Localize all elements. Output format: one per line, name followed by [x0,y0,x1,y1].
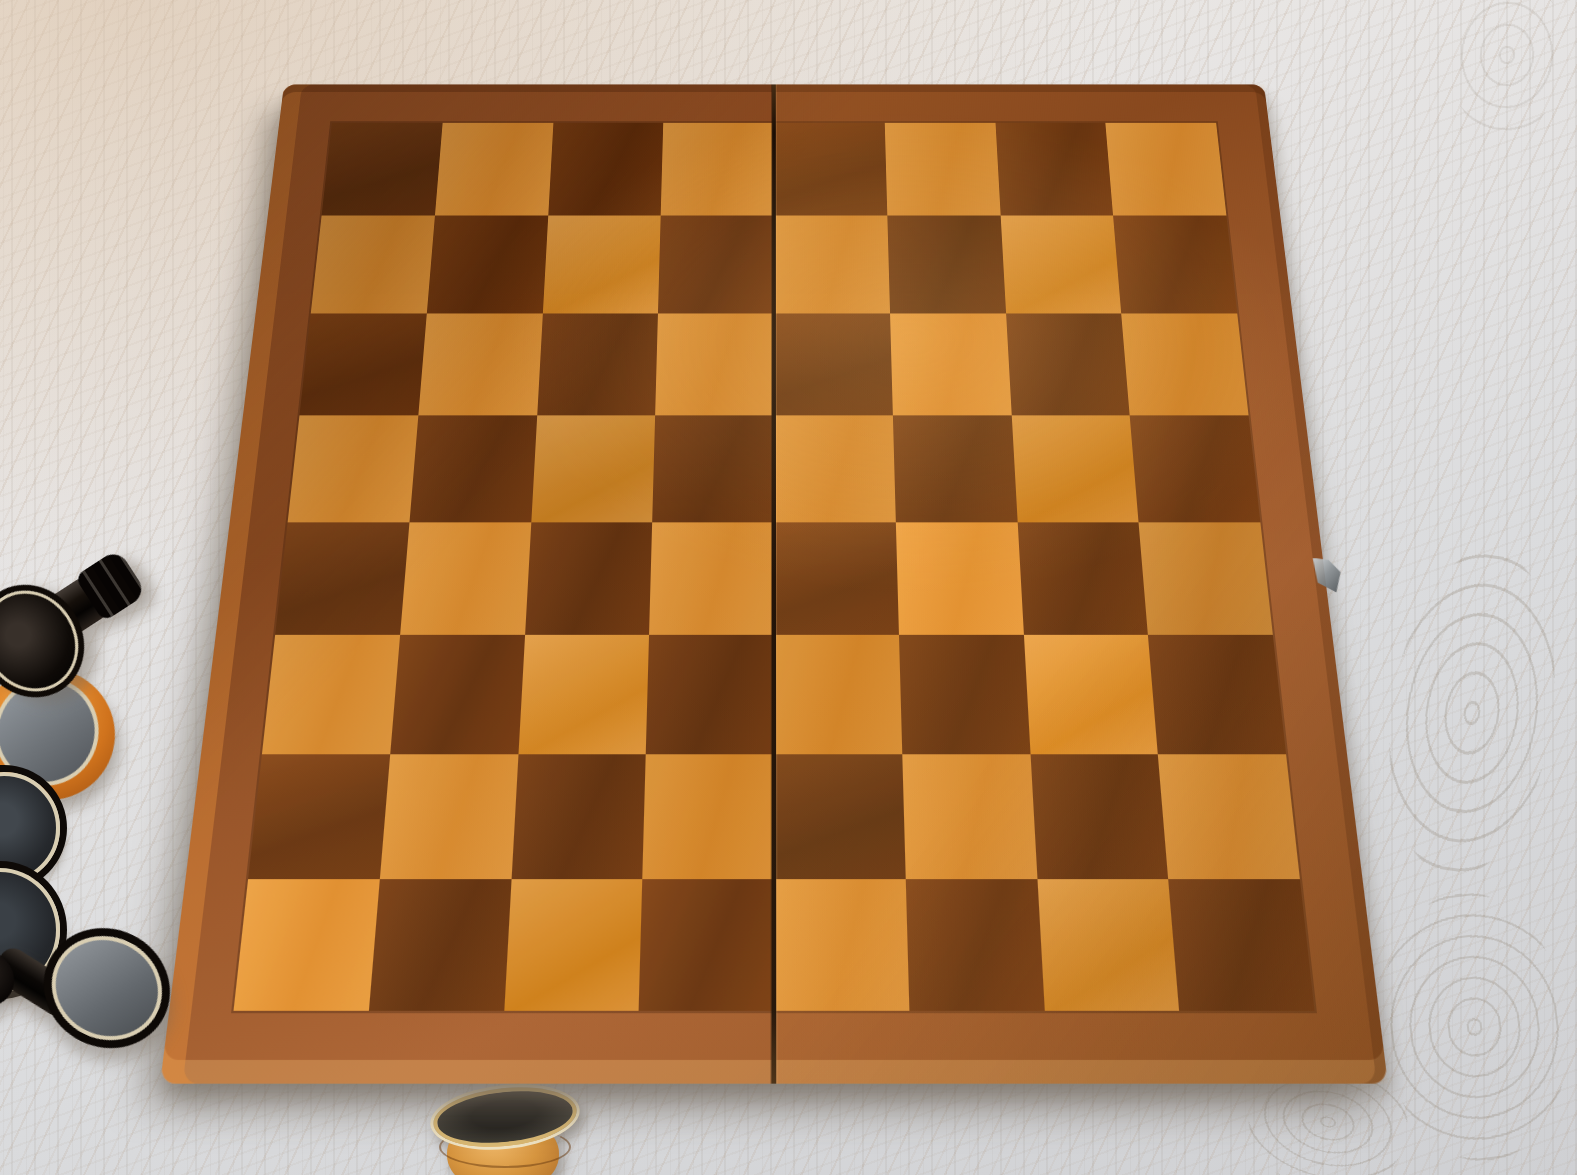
board-square-e7[interactable] [774,216,890,313]
board-square-g6[interactable] [1006,313,1130,415]
board-square-b1[interactable] [369,879,511,1011]
board-square-f3[interactable] [899,635,1030,754]
board-square-d2[interactable] [643,754,774,879]
board-square-d6[interactable] [655,313,774,415]
board-square-h1[interactable] [1168,879,1314,1011]
board-square-g7[interactable] [1000,216,1121,313]
board-square-d1[interactable] [639,879,774,1011]
board-square-a6[interactable] [300,313,427,415]
board-square-e2[interactable] [774,754,905,879]
board-square-h8[interactable] [1106,123,1227,216]
board-square-e1[interactable] [774,879,909,1011]
board-square-b5[interactable] [409,415,537,522]
board-square-b3[interactable] [390,635,525,754]
board-square-f1[interactable] [905,879,1044,1011]
chess-board [160,84,1388,1083]
wood-knot [1366,882,1577,1173]
board-square-g4[interactable] [1017,522,1148,635]
board-square-c2[interactable] [511,754,646,879]
board-square-h7[interactable] [1113,216,1237,313]
board-square-g3[interactable] [1023,635,1158,754]
board-square-f8[interactable] [885,123,1001,216]
board-square-f5[interactable] [893,415,1018,522]
board-square-c6[interactable] [537,313,658,415]
board-square-c4[interactable] [525,522,653,635]
board-square-h2[interactable] [1158,754,1300,879]
board-clasp [1313,558,1344,593]
board-square-f4[interactable] [896,522,1024,635]
board-square-d3[interactable] [646,635,774,754]
board-square-g1[interactable] [1037,879,1179,1011]
board-square-c1[interactable] [504,879,643,1011]
board-square-f6[interactable] [890,313,1011,415]
board-square-c5[interactable] [531,415,656,522]
board-squares-grid [234,123,1315,1011]
board-square-h4[interactable] [1139,522,1273,635]
board-square-e4[interactable] [774,522,899,635]
board-square-b6[interactable] [418,313,542,415]
board-square-g2[interactable] [1030,754,1168,879]
board-square-d4[interactable] [649,522,774,635]
board-square-c8[interactable] [548,123,664,216]
board-square-a8[interactable] [322,123,443,216]
board-square-d7[interactable] [658,216,774,313]
board-square-e8[interactable] [774,123,887,216]
offboard-piece-light-bottom[interactable] [425,1086,580,1175]
board-square-a7[interactable] [311,216,435,313]
board-square-b2[interactable] [380,754,518,879]
board-square-a1[interactable] [234,879,380,1011]
board-square-b4[interactable] [400,522,531,635]
board-square-f7[interactable] [887,216,1005,313]
offboard-piece-black-pawn[interactable] [0,881,197,1139]
board-square-h3[interactable] [1148,635,1286,754]
board-square-c7[interactable] [542,216,660,313]
board-square-f2[interactable] [902,754,1037,879]
photo-of-chessboard: { "game": "chess", "scene": "vintage fol… [0,0,1577,1175]
board-square-g8[interactable] [995,123,1113,216]
board-square-d8[interactable] [661,123,774,216]
board-square-g5[interactable] [1011,415,1139,522]
piece-felt-base [34,918,179,1059]
board-square-e5[interactable] [774,415,896,522]
board-square-a4[interactable] [275,522,409,635]
board-square-e6[interactable] [774,313,893,415]
board-square-c3[interactable] [518,635,649,754]
board-square-a5[interactable] [288,415,419,522]
board-square-b7[interactable] [427,216,548,313]
board-square-d5[interactable] [652,415,774,522]
board-square-e3[interactable] [774,635,902,754]
board-square-h5[interactable] [1130,415,1261,522]
board-square-a2[interactable] [248,754,390,879]
board-square-b8[interactable] [435,123,553,216]
board-square-a3[interactable] [262,635,400,754]
wood-knot [1370,538,1574,887]
board-square-h6[interactable] [1121,313,1248,415]
wood-knot [1446,0,1568,144]
